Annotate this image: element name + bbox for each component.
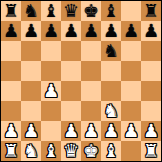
piece-black-pawn[interactable]: ♟ xyxy=(43,21,59,41)
piece-black-bishop[interactable]: ♝ xyxy=(103,1,119,21)
square-g4[interactable] xyxy=(121,81,141,101)
piece-white-rook[interactable]: ♜ xyxy=(143,141,159,161)
square-g2[interactable]: ♟ xyxy=(121,121,141,141)
piece-white-pawn[interactable]: ♟ xyxy=(143,121,159,141)
piece-black-pawn[interactable]: ♟ xyxy=(103,21,119,41)
piece-white-bishop[interactable]: ♝ xyxy=(103,141,119,161)
piece-black-pawn[interactable]: ♟ xyxy=(63,21,79,41)
square-e5[interactable] xyxy=(81,61,101,81)
square-g8[interactable] xyxy=(121,1,141,21)
square-e6[interactable] xyxy=(81,41,101,61)
piece-white-pawn[interactable]: ♟ xyxy=(83,121,99,141)
square-g3[interactable] xyxy=(121,101,141,121)
square-g1[interactable] xyxy=(121,141,141,161)
square-c8[interactable]: ♝ xyxy=(41,1,61,21)
piece-white-rook[interactable]: ♜ xyxy=(3,141,19,161)
piece-black-king[interactable]: ♚ xyxy=(83,1,99,21)
square-f6[interactable]: ♞ xyxy=(101,41,121,61)
square-b2[interactable]: ♟ xyxy=(21,121,41,141)
piece-white-king[interactable]: ♚ xyxy=(83,141,99,161)
piece-black-pawn[interactable]: ♟ xyxy=(123,21,139,41)
square-e4[interactable] xyxy=(81,81,101,101)
square-f4[interactable] xyxy=(101,81,121,101)
square-f1[interactable]: ♝ xyxy=(101,141,121,161)
piece-black-queen[interactable]: ♛ xyxy=(63,1,79,21)
square-c7[interactable]: ♟ xyxy=(41,21,61,41)
square-g7[interactable]: ♟ xyxy=(121,21,141,41)
piece-white-pawn[interactable]: ♟ xyxy=(63,121,79,141)
square-c5[interactable] xyxy=(41,61,61,81)
square-a7[interactable]: ♟ xyxy=(1,21,21,41)
piece-white-pawn[interactable]: ♟ xyxy=(43,81,59,101)
square-d5[interactable] xyxy=(61,61,81,81)
square-c3[interactable] xyxy=(41,101,61,121)
piece-black-bishop[interactable]: ♝ xyxy=(43,1,59,21)
square-h5[interactable] xyxy=(141,61,161,81)
square-a2[interactable]: ♟ xyxy=(1,121,21,141)
square-h1[interactable]: ♜ xyxy=(141,141,161,161)
piece-white-pawn[interactable]: ♟ xyxy=(3,121,19,141)
square-a6[interactable] xyxy=(1,41,21,61)
square-f8[interactable]: ♝ xyxy=(101,1,121,21)
square-d6[interactable] xyxy=(61,41,81,61)
square-h7[interactable]: ♟ xyxy=(141,21,161,41)
piece-black-rook[interactable]: ♜ xyxy=(3,1,19,21)
square-e3[interactable] xyxy=(81,101,101,121)
square-e7[interactable]: ♟ xyxy=(81,21,101,41)
square-f5[interactable] xyxy=(101,61,121,81)
square-e2[interactable]: ♟ xyxy=(81,121,101,141)
square-f3[interactable]: ♞ xyxy=(101,101,121,121)
square-c6[interactable] xyxy=(41,41,61,61)
square-g5[interactable] xyxy=(121,61,141,81)
piece-black-pawn[interactable]: ♟ xyxy=(3,21,19,41)
square-b4[interactable] xyxy=(21,81,41,101)
square-d1[interactable]: ♛ xyxy=(61,141,81,161)
square-d7[interactable]: ♟ xyxy=(61,21,81,41)
piece-black-pawn[interactable]: ♟ xyxy=(83,21,99,41)
square-h2[interactable]: ♟ xyxy=(141,121,161,141)
piece-white-pawn[interactable]: ♟ xyxy=(23,121,39,141)
square-a5[interactable] xyxy=(1,61,21,81)
square-b1[interactable]: ♞ xyxy=(21,141,41,161)
piece-white-pawn[interactable]: ♟ xyxy=(123,121,139,141)
square-d4[interactable] xyxy=(61,81,81,101)
square-c2[interactable] xyxy=(41,121,61,141)
square-b7[interactable]: ♟ xyxy=(21,21,41,41)
square-e8[interactable]: ♚ xyxy=(81,1,101,21)
piece-black-rook[interactable]: ♜ xyxy=(143,1,159,21)
square-g6[interactable] xyxy=(121,41,141,61)
square-a1[interactable]: ♜ xyxy=(1,141,21,161)
square-c4[interactable]: ♟ xyxy=(41,81,61,101)
square-e1[interactable]: ♚ xyxy=(81,141,101,161)
piece-white-knight[interactable]: ♞ xyxy=(23,141,39,161)
square-a8[interactable]: ♜ xyxy=(1,1,21,21)
square-f2[interactable]: ♟ xyxy=(101,121,121,141)
square-a3[interactable] xyxy=(1,101,21,121)
piece-black-knight[interactable]: ♞ xyxy=(23,1,39,21)
piece-black-knight[interactable]: ♞ xyxy=(103,41,119,61)
square-b8[interactable]: ♞ xyxy=(21,1,41,21)
square-d2[interactable]: ♟ xyxy=(61,121,81,141)
square-h3[interactable] xyxy=(141,101,161,121)
piece-white-knight[interactable]: ♞ xyxy=(103,101,119,121)
piece-black-pawn[interactable]: ♟ xyxy=(143,21,159,41)
square-b6[interactable] xyxy=(21,41,41,61)
square-h4[interactable] xyxy=(141,81,161,101)
square-h8[interactable]: ♜ xyxy=(141,1,161,21)
square-c1[interactable]: ♝ xyxy=(41,141,61,161)
square-a4[interactable] xyxy=(1,81,21,101)
piece-black-pawn[interactable]: ♟ xyxy=(23,21,39,41)
square-b5[interactable] xyxy=(21,61,41,81)
square-f7[interactable]: ♟ xyxy=(101,21,121,41)
square-b3[interactable] xyxy=(21,101,41,121)
piece-white-pawn[interactable]: ♟ xyxy=(103,121,119,141)
square-h6[interactable] xyxy=(141,41,161,61)
square-d8[interactable]: ♛ xyxy=(61,1,81,21)
piece-white-bishop[interactable]: ♝ xyxy=(43,141,59,161)
chess-board: ♜♞♝♛♚♝♜♟♟♟♟♟♟♟♟♞♟♞♟♟♟♟♟♟♟♜♞♝♛♚♝♜ xyxy=(0,0,162,162)
piece-white-queen[interactable]: ♛ xyxy=(63,141,79,161)
square-d3[interactable] xyxy=(61,101,81,121)
